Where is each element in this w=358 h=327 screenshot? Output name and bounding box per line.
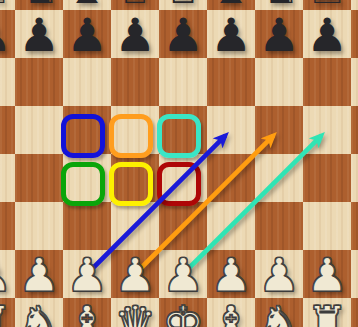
piece-white-knight-b1[interactable]: ♞ xyxy=(15,298,63,327)
piece-black-pawn-g7[interactable]: ♟ xyxy=(255,10,303,58)
piece-white-bishop-f1[interactable]: ♝ xyxy=(207,298,255,327)
piece-black-pawn-a7[interactable]: ♟ xyxy=(0,10,15,58)
piece-black-pawn-h7[interactable]: ♟ xyxy=(303,10,351,58)
piece-white-pawn-d2[interactable]: ♟ xyxy=(111,250,159,298)
piece-white-knight-g1[interactable]: ♞ xyxy=(255,298,303,327)
chess-board[interactable]: ♜♞♝♛♚♝♞♜♟♟♟♟♟♟♟♟♟♟♟♟♟♟♟♟♜♞♝♛♚♝♞♜ xyxy=(0,0,358,327)
piece-white-queen-d1[interactable]: ♛ xyxy=(111,298,159,327)
piece-white-rook-h1[interactable]: ♜ xyxy=(303,298,351,327)
piece-black-pawn-c7[interactable]: ♟ xyxy=(63,10,111,58)
piece-white-pawn-h2[interactable]: ♟ xyxy=(303,250,351,298)
piece-black-pawn-b7[interactable]: ♟ xyxy=(15,10,63,58)
piece-white-pawn-g2[interactable]: ♟ xyxy=(255,250,303,298)
piece-black-pawn-f7[interactable]: ♟ xyxy=(207,10,255,58)
piece-white-king-e1[interactable]: ♚ xyxy=(159,298,207,327)
piece-white-pawn-b2[interactable]: ♟ xyxy=(15,250,63,298)
piece-white-pawn-f2[interactable]: ♟ xyxy=(207,250,255,298)
board-viewport: ♜♞♝♛♚♝♞♜♟♟♟♟♟♟♟♟♟♟♟♟♟♟♟♟♜♞♝♛♚♝♞♜ xyxy=(0,0,358,327)
piece-white-pawn-c2[interactable]: ♟ xyxy=(63,250,111,298)
piece-black-pawn-e7[interactable]: ♟ xyxy=(159,10,207,58)
piece-white-bishop-c1[interactable]: ♝ xyxy=(63,298,111,327)
piece-black-pawn-d7[interactable]: ♟ xyxy=(111,10,159,58)
piece-white-pawn-a2[interactable]: ♟ xyxy=(0,250,15,298)
piece-white-pawn-e2[interactable]: ♟ xyxy=(159,250,207,298)
piece-white-rook-a1[interactable]: ♜ xyxy=(0,298,15,327)
